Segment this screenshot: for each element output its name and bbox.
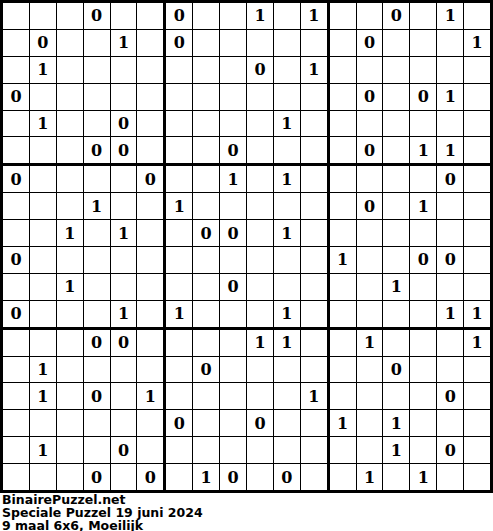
cell-r5c18[interactable]	[464, 111, 490, 138]
cell-r12c1[interactable]: 0	[3, 301, 30, 330]
cell-r7c16[interactable]	[410, 166, 437, 193]
cell-r8c10[interactable]	[247, 193, 274, 220]
cell-r17c16[interactable]	[410, 437, 437, 464]
cell-r3c1[interactable]	[3, 57, 30, 84]
cell-r16c16[interactable]	[410, 410, 437, 437]
cell-r15c11[interactable]	[274, 383, 301, 410]
cell-r10c10[interactable]	[247, 247, 274, 274]
cell-r8c5[interactable]	[111, 193, 138, 220]
cell-r16c9[interactable]	[220, 410, 247, 437]
cell-r12c12[interactable]	[301, 301, 330, 330]
cell-r5c13[interactable]	[330, 111, 357, 138]
cell-r6c10[interactable]	[247, 137, 274, 166]
cell-r6c9[interactable]: 0	[220, 137, 247, 166]
cell-r16c18[interactable]	[464, 410, 490, 437]
cell-r16c11[interactable]	[274, 410, 301, 437]
cell-r17c12[interactable]	[301, 437, 330, 464]
cell-r5c4[interactable]	[84, 111, 111, 138]
cell-r11c17[interactable]	[437, 274, 464, 301]
cell-r2c2[interactable]: 0	[30, 30, 57, 57]
cell-r6c3[interactable]	[57, 137, 84, 166]
cell-r4c5[interactable]	[111, 84, 138, 111]
cell-r13c18[interactable]: 1	[464, 330, 490, 357]
cell-r1c9[interactable]	[220, 3, 247, 30]
cell-r7c2[interactable]	[30, 166, 57, 193]
cell-r4c11[interactable]	[274, 84, 301, 111]
cell-r11c1[interactable]	[3, 274, 30, 301]
cell-r16c7[interactable]: 0	[166, 410, 193, 437]
cell-r3c16[interactable]	[410, 57, 437, 84]
cell-r16c8[interactable]	[193, 410, 220, 437]
cell-r13c5[interactable]: 0	[111, 330, 138, 357]
cell-r9c13[interactable]	[330, 220, 357, 247]
cell-r9c7[interactable]	[166, 220, 193, 247]
cell-r17c14[interactable]	[357, 437, 384, 464]
cell-r14c17[interactable]	[437, 357, 464, 384]
cell-r14c14[interactable]	[357, 357, 384, 384]
cell-r15c4[interactable]: 0	[84, 383, 111, 410]
cell-r14c16[interactable]	[410, 357, 437, 384]
cell-r6c7[interactable]	[166, 137, 193, 166]
cell-r13c7[interactable]	[166, 330, 193, 357]
cell-r15c15[interactable]	[383, 383, 410, 410]
cell-r12c15[interactable]	[383, 301, 410, 330]
cell-r1c12[interactable]: 1	[301, 3, 330, 30]
cell-r17c7[interactable]	[166, 437, 193, 464]
cell-r7c10[interactable]	[247, 166, 274, 193]
cell-r7c9[interactable]: 1	[220, 166, 247, 193]
cell-r14c12[interactable]	[301, 357, 330, 384]
cell-r8c7[interactable]: 1	[166, 193, 193, 220]
cell-r7c3[interactable]	[57, 166, 84, 193]
cell-r6c17[interactable]: 1	[437, 137, 464, 166]
cell-r5c7[interactable]	[166, 111, 193, 138]
cell-r1c4[interactable]: 0	[84, 3, 111, 30]
cell-r3c3[interactable]	[57, 57, 84, 84]
cell-r17c1[interactable]	[3, 437, 30, 464]
cell-r11c8[interactable]	[193, 274, 220, 301]
cell-r11c7[interactable]	[166, 274, 193, 301]
cell-r18c3[interactable]	[57, 464, 84, 490]
cell-r18c7[interactable]	[166, 464, 193, 490]
cell-r9c9[interactable]: 0	[220, 220, 247, 247]
cell-r16c3[interactable]	[57, 410, 84, 437]
cell-r14c11[interactable]	[274, 357, 301, 384]
cell-r15c8[interactable]	[193, 383, 220, 410]
cell-r1c17[interactable]: 1	[437, 3, 464, 30]
cell-r8c3[interactable]	[57, 193, 84, 220]
cell-r10c13[interactable]: 1	[330, 247, 357, 274]
cell-r12c6[interactable]	[137, 301, 166, 330]
cell-r14c8[interactable]: 0	[193, 357, 220, 384]
cell-r13c14[interactable]: 1	[357, 330, 384, 357]
cell-r2c3[interactable]	[57, 30, 84, 57]
cell-r7c15[interactable]	[383, 166, 410, 193]
cell-r15c14[interactable]	[357, 383, 384, 410]
cell-r6c11[interactable]	[274, 137, 301, 166]
cell-r4c18[interactable]	[464, 84, 490, 111]
cell-r10c5[interactable]	[111, 247, 138, 274]
cell-r5c9[interactable]	[220, 111, 247, 138]
cell-r9c3[interactable]: 1	[57, 220, 84, 247]
cell-r7c1[interactable]: 0	[3, 166, 30, 193]
cell-r2c8[interactable]	[193, 30, 220, 57]
cell-r12c3[interactable]	[57, 301, 84, 330]
cell-r1c7[interactable]: 0	[166, 3, 193, 30]
cell-r15c9[interactable]	[220, 383, 247, 410]
cell-r1c10[interactable]: 1	[247, 3, 274, 30]
cell-r17c3[interactable]	[57, 437, 84, 464]
cell-r17c6[interactable]	[137, 437, 166, 464]
cell-r13c11[interactable]: 1	[274, 330, 301, 357]
cell-r12c11[interactable]: 1	[274, 301, 301, 330]
cell-r5c1[interactable]	[3, 111, 30, 138]
cell-r3c8[interactable]	[193, 57, 220, 84]
cell-r8c8[interactable]	[193, 193, 220, 220]
cell-r12c9[interactable]	[220, 301, 247, 330]
cell-r11c10[interactable]	[247, 274, 274, 301]
cell-r3c4[interactable]	[84, 57, 111, 84]
cell-r9c17[interactable]	[437, 220, 464, 247]
cell-r1c13[interactable]	[330, 3, 357, 30]
cell-r10c9[interactable]	[220, 247, 247, 274]
cell-r4c13[interactable]	[330, 84, 357, 111]
cell-r2c5[interactable]: 1	[111, 30, 138, 57]
cell-r18c1[interactable]	[3, 464, 30, 490]
cell-r15c7[interactable]	[166, 383, 193, 410]
cell-r18c10[interactable]	[247, 464, 274, 490]
cell-r5c8[interactable]	[193, 111, 220, 138]
cell-r12c7[interactable]: 1	[166, 301, 193, 330]
cell-r12c14[interactable]	[357, 301, 384, 330]
cell-r4c10[interactable]	[247, 84, 274, 111]
cell-r18c11[interactable]: 0	[274, 464, 301, 490]
cell-r2c7[interactable]: 0	[166, 30, 193, 57]
cell-r15c3[interactable]	[57, 383, 84, 410]
cell-r11c18[interactable]	[464, 274, 490, 301]
cell-r17c8[interactable]	[193, 437, 220, 464]
cell-r9c6[interactable]	[137, 220, 166, 247]
cell-r6c5[interactable]: 0	[111, 137, 138, 166]
cell-r8c17[interactable]	[437, 193, 464, 220]
cell-r5c5[interactable]: 0	[111, 111, 138, 138]
cell-r2c6[interactable]	[137, 30, 166, 57]
cell-r11c15[interactable]: 1	[383, 274, 410, 301]
cell-r12c17[interactable]: 1	[437, 301, 464, 330]
cell-r3c9[interactable]	[220, 57, 247, 84]
cell-r8c13[interactable]	[330, 193, 357, 220]
cell-r2c13[interactable]	[330, 30, 357, 57]
cell-r14c7[interactable]	[166, 357, 193, 384]
cell-r4c4[interactable]	[84, 84, 111, 111]
cell-r16c6[interactable]	[137, 410, 166, 437]
cell-r4c7[interactable]	[166, 84, 193, 111]
cell-r15c18[interactable]	[464, 383, 490, 410]
cell-r17c11[interactable]	[274, 437, 301, 464]
cell-r5c14[interactable]	[357, 111, 384, 138]
cell-r16c17[interactable]	[437, 410, 464, 437]
cell-r11c4[interactable]	[84, 274, 111, 301]
cell-r10c4[interactable]	[84, 247, 111, 274]
cell-r1c5[interactable]	[111, 3, 138, 30]
cell-r9c5[interactable]: 1	[111, 220, 138, 247]
cell-r10c11[interactable]	[274, 247, 301, 274]
cell-r9c10[interactable]	[247, 220, 274, 247]
cell-r3c17[interactable]	[437, 57, 464, 84]
cell-r10c3[interactable]	[57, 247, 84, 274]
cell-r15c6[interactable]: 1	[137, 383, 166, 410]
cell-r11c14[interactable]	[357, 274, 384, 301]
cell-r15c16[interactable]	[410, 383, 437, 410]
cell-r17c5[interactable]: 0	[111, 437, 138, 464]
cell-r4c14[interactable]: 0	[357, 84, 384, 111]
cell-r17c15[interactable]: 1	[383, 437, 410, 464]
cell-r9c16[interactable]	[410, 220, 437, 247]
cell-r13c15[interactable]	[383, 330, 410, 357]
cell-r2c18[interactable]: 1	[464, 30, 490, 57]
cell-r14c13[interactable]	[330, 357, 357, 384]
cell-r2c17[interactable]	[437, 30, 464, 57]
cell-r6c4[interactable]: 0	[84, 137, 111, 166]
cell-r1c3[interactable]	[57, 3, 84, 30]
cell-r13c2[interactable]	[30, 330, 57, 357]
cell-r13c16[interactable]	[410, 330, 437, 357]
cell-r6c18[interactable]	[464, 137, 490, 166]
cell-r12c4[interactable]	[84, 301, 111, 330]
cell-r9c4[interactable]	[84, 220, 111, 247]
cell-r9c2[interactable]	[30, 220, 57, 247]
cell-r11c2[interactable]	[30, 274, 57, 301]
cell-r18c12[interactable]	[301, 464, 330, 490]
cell-r7c13[interactable]	[330, 166, 357, 193]
cell-r4c2[interactable]	[30, 84, 57, 111]
cell-r2c14[interactable]: 0	[357, 30, 384, 57]
cell-r17c4[interactable]	[84, 437, 111, 464]
cell-r7c8[interactable]	[193, 166, 220, 193]
cell-r15c2[interactable]: 1	[30, 383, 57, 410]
cell-r5c11[interactable]: 1	[274, 111, 301, 138]
cell-r4c8[interactable]	[193, 84, 220, 111]
cell-r12c16[interactable]	[410, 301, 437, 330]
cell-r18c6[interactable]: 0	[137, 464, 166, 490]
cell-r6c8[interactable]	[193, 137, 220, 166]
cell-r1c8[interactable]	[193, 3, 220, 30]
cell-r2c4[interactable]	[84, 30, 111, 57]
cell-r17c9[interactable]	[220, 437, 247, 464]
cell-r6c15[interactable]	[383, 137, 410, 166]
cell-r7c7[interactable]	[166, 166, 193, 193]
cell-r8c14[interactable]: 0	[357, 193, 384, 220]
cell-r2c15[interactable]	[383, 30, 410, 57]
cell-r6c2[interactable]	[30, 137, 57, 166]
cell-r3c5[interactable]	[111, 57, 138, 84]
cell-r13c9[interactable]	[220, 330, 247, 357]
cell-r4c9[interactable]	[220, 84, 247, 111]
cell-r4c16[interactable]: 0	[410, 84, 437, 111]
cell-r15c13[interactable]	[330, 383, 357, 410]
cell-r8c16[interactable]: 1	[410, 193, 437, 220]
cell-r14c1[interactable]	[3, 357, 30, 384]
cell-r15c12[interactable]: 1	[301, 383, 330, 410]
cell-r5c17[interactable]	[437, 111, 464, 138]
cell-r11c6[interactable]	[137, 274, 166, 301]
cell-r12c13[interactable]	[330, 301, 357, 330]
cell-r16c10[interactable]: 0	[247, 410, 274, 437]
cell-r12c18[interactable]: 1	[464, 301, 490, 330]
cell-r13c4[interactable]: 0	[84, 330, 111, 357]
cell-r6c6[interactable]	[137, 137, 166, 166]
cell-r18c8[interactable]: 1	[193, 464, 220, 490]
cell-r5c12[interactable]	[301, 111, 330, 138]
cell-r5c6[interactable]	[137, 111, 166, 138]
cell-r9c11[interactable]: 1	[274, 220, 301, 247]
cell-r3c18[interactable]	[464, 57, 490, 84]
cell-r3c2[interactable]: 1	[30, 57, 57, 84]
cell-r1c6[interactable]	[137, 3, 166, 30]
cell-r18c17[interactable]	[437, 464, 464, 490]
cell-r13c8[interactable]	[193, 330, 220, 357]
cell-r15c1[interactable]	[3, 383, 30, 410]
cell-r5c2[interactable]: 1	[30, 111, 57, 138]
cell-r4c3[interactable]	[57, 84, 84, 111]
cell-r12c8[interactable]	[193, 301, 220, 330]
cell-r9c15[interactable]	[383, 220, 410, 247]
cell-r8c9[interactable]	[220, 193, 247, 220]
cell-r3c14[interactable]	[357, 57, 384, 84]
cell-r14c18[interactable]	[464, 357, 490, 384]
cell-r12c2[interactable]	[30, 301, 57, 330]
cell-r8c15[interactable]	[383, 193, 410, 220]
cell-r6c14[interactable]: 0	[357, 137, 384, 166]
cell-r13c10[interactable]: 1	[247, 330, 274, 357]
cell-r16c15[interactable]: 1	[383, 410, 410, 437]
cell-r18c13[interactable]	[330, 464, 357, 490]
cell-r4c12[interactable]	[301, 84, 330, 111]
cell-r9c8[interactable]: 0	[193, 220, 220, 247]
cell-r4c1[interactable]: 0	[3, 84, 30, 111]
cell-r14c10[interactable]	[247, 357, 274, 384]
cell-r3c13[interactable]	[330, 57, 357, 84]
cell-r16c14[interactable]	[357, 410, 384, 437]
cell-r18c5[interactable]	[111, 464, 138, 490]
cell-r2c1[interactable]	[3, 30, 30, 57]
cell-r7c11[interactable]: 1	[274, 166, 301, 193]
cell-r11c5[interactable]	[111, 274, 138, 301]
cell-r11c12[interactable]	[301, 274, 330, 301]
cell-r10c1[interactable]: 0	[3, 247, 30, 274]
cell-r6c1[interactable]	[3, 137, 30, 166]
cell-r10c8[interactable]	[193, 247, 220, 274]
cell-r18c16[interactable]: 1	[410, 464, 437, 490]
cell-r1c2[interactable]	[30, 3, 57, 30]
cell-r2c9[interactable]	[220, 30, 247, 57]
cell-r13c1[interactable]	[3, 330, 30, 357]
cell-r7c5[interactable]	[111, 166, 138, 193]
cell-r3c10[interactable]: 0	[247, 57, 274, 84]
cell-r17c17[interactable]: 0	[437, 437, 464, 464]
cell-r14c4[interactable]	[84, 357, 111, 384]
cell-r1c11[interactable]	[274, 3, 301, 30]
cell-r16c2[interactable]	[30, 410, 57, 437]
cell-r10c15[interactable]	[383, 247, 410, 274]
cell-r18c18[interactable]	[464, 464, 490, 490]
cell-r5c3[interactable]	[57, 111, 84, 138]
cell-r10c18[interactable]	[464, 247, 490, 274]
cell-r13c13[interactable]	[330, 330, 357, 357]
cell-r16c1[interactable]	[3, 410, 30, 437]
cell-r7c6[interactable]: 0	[137, 166, 166, 193]
cell-r7c12[interactable]	[301, 166, 330, 193]
cell-r5c10[interactable]	[247, 111, 274, 138]
cell-r3c11[interactable]	[274, 57, 301, 84]
cell-r12c10[interactable]	[247, 301, 274, 330]
cell-r7c4[interactable]	[84, 166, 111, 193]
cell-r8c4[interactable]: 1	[84, 193, 111, 220]
cell-r15c17[interactable]: 0	[437, 383, 464, 410]
cell-r16c12[interactable]	[301, 410, 330, 437]
cell-r6c13[interactable]	[330, 137, 357, 166]
cell-r2c10[interactable]	[247, 30, 274, 57]
cell-r15c5[interactable]	[111, 383, 138, 410]
cell-r10c12[interactable]	[301, 247, 330, 274]
cell-r11c16[interactable]	[410, 274, 437, 301]
cell-r14c2[interactable]: 1	[30, 357, 57, 384]
cell-r15c10[interactable]	[247, 383, 274, 410]
cell-r3c6[interactable]	[137, 57, 166, 84]
cell-r3c12[interactable]: 1	[301, 57, 330, 84]
cell-r18c4[interactable]: 0	[84, 464, 111, 490]
cell-r10c16[interactable]: 0	[410, 247, 437, 274]
cell-r11c3[interactable]: 1	[57, 274, 84, 301]
cell-r2c11[interactable]	[274, 30, 301, 57]
cell-r10c14[interactable]	[357, 247, 384, 274]
cell-r17c10[interactable]	[247, 437, 274, 464]
cell-r1c15[interactable]: 0	[383, 3, 410, 30]
cell-r9c18[interactable]	[464, 220, 490, 247]
cell-r9c12[interactable]	[301, 220, 330, 247]
cell-r6c16[interactable]: 1	[410, 137, 437, 166]
cell-r7c14[interactable]	[357, 166, 384, 193]
cell-r2c12[interactable]	[301, 30, 330, 57]
cell-r8c2[interactable]	[30, 193, 57, 220]
cell-r18c15[interactable]	[383, 464, 410, 490]
cell-r11c13[interactable]	[330, 274, 357, 301]
cell-r14c5[interactable]	[111, 357, 138, 384]
cell-r8c6[interactable]	[137, 193, 166, 220]
cell-r1c14[interactable]	[357, 3, 384, 30]
cell-r14c9[interactable]	[220, 357, 247, 384]
cell-r11c9[interactable]: 0	[220, 274, 247, 301]
cell-r3c15[interactable]	[383, 57, 410, 84]
cell-r14c3[interactable]	[57, 357, 84, 384]
cell-r18c9[interactable]: 0	[220, 464, 247, 490]
cell-r18c14[interactable]: 1	[357, 464, 384, 490]
cell-r17c2[interactable]: 1	[30, 437, 57, 464]
cell-r16c13[interactable]: 1	[330, 410, 357, 437]
cell-r10c7[interactable]	[166, 247, 193, 274]
cell-r13c6[interactable]	[137, 330, 166, 357]
cell-r14c15[interactable]: 0	[383, 357, 410, 384]
cell-r4c15[interactable]	[383, 84, 410, 111]
cell-r8c1[interactable]	[3, 193, 30, 220]
cell-r4c17[interactable]: 1	[437, 84, 464, 111]
cell-r7c17[interactable]: 0	[437, 166, 464, 193]
cell-r6c12[interactable]	[301, 137, 330, 166]
cell-r12c5[interactable]: 1	[111, 301, 138, 330]
cell-r10c17[interactable]: 0	[437, 247, 464, 274]
cell-r9c14[interactable]	[357, 220, 384, 247]
cell-r10c2[interactable]	[30, 247, 57, 274]
